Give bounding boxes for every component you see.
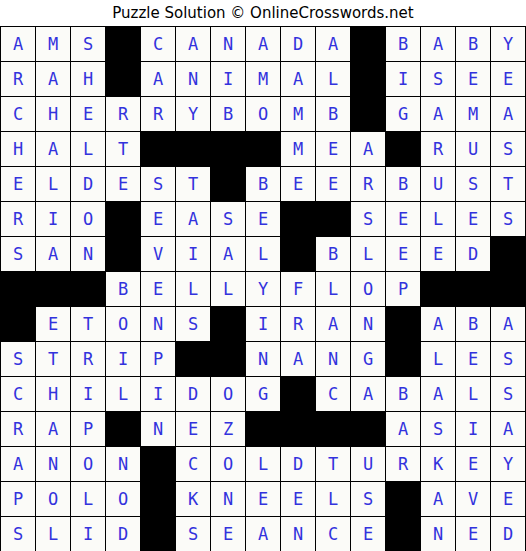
block-cell [211,307,246,342]
letter-cell: A [36,132,71,167]
letter-cell: V [141,237,176,272]
letter-cell: B [211,97,246,132]
letter-cell: P [141,342,176,377]
letter-cell: H [1,132,36,167]
letter-cell: S [491,342,526,377]
block-cell [141,447,176,482]
letter-cell: Y [176,97,211,132]
block-cell [176,342,211,377]
block-cell [1,272,36,307]
letter-cell: S [421,412,456,447]
letter-cell: S [176,307,211,342]
letter-cell: N [316,342,351,377]
block-cell [211,167,246,202]
letter-cell: G [246,377,281,412]
letter-cell: C [1,377,36,412]
letter-cell: E [386,202,421,237]
letter-cell: H [36,377,71,412]
letter-cell: U [456,132,491,167]
letter-cell: E [246,482,281,517]
letter-cell: E [456,342,491,377]
letter-cell: O [36,482,71,517]
letter-cell: O [71,447,106,482]
letter-cell: B [316,237,351,272]
letter-cell: C [141,27,176,62]
letter-cell: H [36,97,71,132]
letter-cell: S [491,132,526,167]
letter-cell: N [351,307,386,342]
letter-cell: L [351,237,386,272]
letter-cell: S [211,202,246,237]
letter-cell: S [491,202,526,237]
block-cell [316,412,351,447]
block-cell [456,272,491,307]
letter-cell: I [456,412,491,447]
block-cell [386,132,421,167]
letter-cell: L [211,272,246,307]
letter-cell: T [36,342,71,377]
letter-cell: E [246,202,281,237]
letter-cell: E [211,517,246,551]
block-cell [141,132,176,167]
block-cell [106,202,141,237]
letter-cell: A [351,377,386,412]
letter-cell: E [316,167,351,202]
letter-cell: N [141,307,176,342]
letter-cell: N [246,342,281,377]
letter-cell: A [421,307,456,342]
letter-cell: B [246,167,281,202]
letter-cell: E [491,482,526,517]
letter-cell: A [141,62,176,97]
letter-cell: T [106,132,141,167]
letter-cell: M [36,27,71,62]
block-cell [211,342,246,377]
letter-cell: S [71,27,106,62]
block-cell [246,132,281,167]
letter-cell: I [141,377,176,412]
letter-cell: R [351,167,386,202]
letter-cell: L [36,517,71,551]
block-cell [211,132,246,167]
letter-cell: L [71,132,106,167]
letter-cell: C [316,517,351,551]
letter-cell: L [71,482,106,517]
letter-cell: C [1,97,36,132]
block-cell [386,342,421,377]
letter-cell: P [386,272,421,307]
letter-cell: B [456,307,491,342]
letter-cell: B [106,272,141,307]
letter-cell: E [386,237,421,272]
letter-cell: Y [246,272,281,307]
letter-cell: N [36,447,71,482]
letter-cell: S [1,342,36,377]
letter-cell: C [176,447,211,482]
block-cell [351,412,386,447]
block-cell [281,412,316,447]
letter-cell: I [176,237,211,272]
letter-cell: U [351,447,386,482]
page-title: Puzzle Solution © OnlineCrosswords.net [0,0,526,26]
letter-cell: E [456,202,491,237]
letter-cell: D [281,27,316,62]
block-cell [281,377,316,412]
letter-cell: R [71,342,106,377]
letter-cell: I [246,307,281,342]
letter-cell: N [421,517,456,551]
letter-cell: A [1,27,36,62]
letter-cell: R [106,97,141,132]
letter-cell: G [386,97,421,132]
block-cell [1,307,36,342]
letter-cell: M [456,97,491,132]
letter-cell: D [176,377,211,412]
letter-cell: E [141,272,176,307]
letter-cell: A [281,342,316,377]
letter-cell: S [491,377,526,412]
letter-cell: R [386,447,421,482]
letter-cell: E [141,202,176,237]
letter-cell: O [211,447,246,482]
letter-cell: S [351,482,386,517]
letter-cell: B [386,377,421,412]
letter-cell: E [456,517,491,551]
letter-cell: Y [491,27,526,62]
letter-cell: O [71,202,106,237]
letter-cell: B [456,27,491,62]
letter-cell: O [106,482,141,517]
letter-cell: A [316,27,351,62]
letter-cell: S [176,517,211,551]
letter-cell: A [36,62,71,97]
letter-cell: B [386,27,421,62]
letter-cell: P [1,482,36,517]
block-cell [351,27,386,62]
letter-cell: K [176,482,211,517]
letter-cell: K [421,447,456,482]
block-cell [106,237,141,272]
letter-cell: E [456,447,491,482]
letter-cell: G [351,342,386,377]
block-cell [316,202,351,237]
letter-cell: A [491,307,526,342]
letter-cell: D [456,237,491,272]
letter-cell: A [491,412,526,447]
letter-cell: S [1,237,36,272]
letter-cell: O [211,377,246,412]
letter-cell: L [246,447,281,482]
letter-cell: E [281,482,316,517]
letter-cell: U [421,167,456,202]
letter-cell: I [71,517,106,551]
letter-cell: A [421,97,456,132]
block-cell [141,517,176,551]
letter-cell: A [491,97,526,132]
letter-cell: I [106,342,141,377]
letter-cell: E [456,62,491,97]
letter-cell: V [456,482,491,517]
block-cell [176,132,211,167]
letter-cell: R [1,412,36,447]
letter-cell: I [36,202,71,237]
letter-cell: L [106,377,141,412]
letter-cell: Z [211,412,246,447]
letter-cell: Y [491,447,526,482]
letter-cell: B [316,97,351,132]
letter-cell: D [71,167,106,202]
letter-cell: T [71,307,106,342]
letter-cell: L [316,272,351,307]
letter-cell: L [456,377,491,412]
letter-cell: A [1,447,36,482]
letter-cell: A [36,412,71,447]
letter-cell: O [351,272,386,307]
letter-cell: E [281,167,316,202]
letter-cell: N [176,62,211,97]
letter-cell: L [176,272,211,307]
letter-cell: I [71,377,106,412]
letter-cell: D [491,517,526,551]
letter-cell: M [281,132,316,167]
letter-cell: N [281,517,316,551]
letter-cell: T [316,447,351,482]
letter-cell: S [421,62,456,97]
letter-cell: R [1,202,36,237]
letter-cell: N [141,412,176,447]
letter-cell: L [246,237,281,272]
letter-cell: A [351,132,386,167]
letter-cell: D [281,447,316,482]
block-cell [281,202,316,237]
letter-cell: D [106,517,141,551]
letter-cell: S [351,202,386,237]
block-cell [106,62,141,97]
letter-cell: O [106,307,141,342]
letter-cell: E [1,167,36,202]
letter-cell: L [316,62,351,97]
letter-cell: E [176,412,211,447]
letter-cell: N [211,482,246,517]
crossword-grid: AMSCANADABABYRAHANIMALISEECHERRYBOMBGAMA… [0,26,526,551]
letter-cell: L [421,342,456,377]
letter-cell: E [491,62,526,97]
block-cell [386,307,421,342]
letter-cell: A [386,412,421,447]
letter-cell: T [491,167,526,202]
letter-cell: P [71,412,106,447]
block-cell [491,237,526,272]
block-cell [351,97,386,132]
letter-cell: L [316,482,351,517]
letter-cell: A [421,377,456,412]
letter-cell: L [421,202,456,237]
letter-cell: S [141,167,176,202]
letter-cell: E [421,237,456,272]
letter-cell: C [316,377,351,412]
letter-cell: I [386,62,421,97]
letter-cell: E [71,97,106,132]
letter-cell: A [246,517,281,551]
letter-cell: A [36,237,71,272]
block-cell [246,412,281,447]
block-cell [421,272,456,307]
block-cell [281,237,316,272]
letter-cell: E [316,132,351,167]
block-cell [386,482,421,517]
letter-cell: S [1,517,36,551]
letter-cell: T [176,167,211,202]
letter-cell: N [211,27,246,62]
block-cell [71,272,106,307]
letter-cell: M [281,97,316,132]
letter-cell: R [1,62,36,97]
letter-cell: A [211,237,246,272]
block-cell [386,517,421,551]
letter-cell: R [281,307,316,342]
letter-cell: R [141,97,176,132]
letter-cell: A [281,62,316,97]
letter-cell: O [246,97,281,132]
block-cell [491,272,526,307]
letter-cell: A [176,27,211,62]
letter-cell: B [386,167,421,202]
letter-cell: N [71,237,106,272]
letter-cell: E [351,517,386,551]
letter-cell: A [246,27,281,62]
letter-cell: E [106,167,141,202]
letter-cell: I [211,62,246,97]
letter-cell: N [106,447,141,482]
letter-cell: H [71,62,106,97]
letter-cell: L [36,167,71,202]
letter-cell: F [281,272,316,307]
letter-cell: A [316,307,351,342]
block-cell [106,412,141,447]
block-cell [141,482,176,517]
letter-cell: A [421,482,456,517]
letter-cell: E [36,307,71,342]
block-cell [36,272,71,307]
block-cell [106,27,141,62]
letter-cell: R [421,132,456,167]
block-cell [351,62,386,97]
letter-cell: A [421,27,456,62]
letter-cell: A [176,202,211,237]
letter-cell: M [246,62,281,97]
letter-cell: S [456,167,491,202]
